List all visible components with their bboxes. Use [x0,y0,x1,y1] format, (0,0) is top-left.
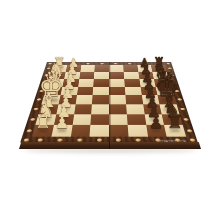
board-square [125,95,143,104]
brass-disc-ornament [114,63,118,65]
brass-disc-ornament [177,99,182,101]
board-square [127,114,146,125]
board-square [151,65,167,72]
brass-disc-ornament [142,63,146,65]
brass-disc-ornament [186,129,192,132]
board-square [141,95,159,104]
board-square [91,104,109,114]
board-square [109,104,127,114]
board-square [109,65,124,72]
board-square [94,65,109,72]
board-square [91,114,109,125]
brass-disc-ornament [180,108,185,110]
board-square [124,72,140,79]
board-square [160,104,180,114]
brass-disc-ornament [136,138,141,141]
board-square [90,125,109,137]
board-square [54,114,74,125]
chess-set-photo: amgrery.ru ♜♟♟♜♞♟♟♞♝♟♟♝♛♟♟♛♚♟♟♚♝♟♟♝♞♟♟♞♜… [0,0,220,220]
brass-disc-ornament [155,138,161,141]
board-square [94,72,109,79]
brass-disc-ornament [116,138,121,141]
board-ground-shadow [24,147,196,153]
watermark-text: amgrery.ru [156,139,187,142]
board-square [158,95,177,104]
board-square [109,114,127,125]
brass-disc-ornament [36,99,41,101]
brass-disc-ornament [172,82,176,84]
brass-disc-ornament [57,138,63,141]
board-square [124,79,140,87]
board-square [162,114,183,125]
brass-disc-ornament [174,138,180,141]
board-square [164,125,186,137]
brass-disc-ornament [174,90,179,92]
board-square [109,72,124,79]
brass-disc-ornament [48,63,52,65]
brass-disc-ornament [77,138,82,141]
brass-disc-ornament [100,63,104,65]
brass-disc-ornament [97,138,102,141]
brass-disc-ornament [26,129,32,132]
board-square [126,104,144,114]
brass-disc-ornament [86,63,90,65]
board-square [93,87,109,95]
board-square [58,95,76,104]
brass-disc-ornament [72,63,76,65]
brass-disc-ornament [33,108,38,110]
board-square [79,72,95,79]
board-square [109,87,125,95]
board-square [123,65,138,72]
brass-disc-ornament [128,63,132,65]
board-square [60,87,77,95]
board-square [154,79,171,87]
board-square [72,114,91,125]
board-square [78,79,94,87]
board-square [140,87,157,95]
board-square [64,72,80,79]
brass-disc-ornament [46,68,50,70]
brass-disc-ornament [39,90,44,92]
brass-disc-ornament [23,138,29,141]
brass-disc-ornament [170,75,174,77]
brass-disc-ornament [168,68,172,70]
brass-disc-ornament [166,63,170,65]
board-square [62,79,79,87]
board-square [125,87,142,95]
brass-disc-ornament [44,75,48,77]
board-square [70,125,90,137]
board-square [109,79,125,87]
board-square [139,79,156,87]
brass-disc-ornament [156,63,160,65]
board-square [75,95,93,104]
board-square [137,65,152,72]
brass-disc-ornament [30,118,35,121]
board-square [56,104,75,114]
board-square [93,79,109,87]
brass-disc-ornament [38,138,44,141]
board-square [77,87,94,95]
chess-board: amgrery.ru [20,62,198,143]
board-square [92,95,109,104]
board-square [153,72,170,79]
board-square [51,125,72,137]
board-square [127,125,147,137]
board-square [80,65,95,72]
board-square [156,87,174,95]
brass-disc-ornament [42,82,46,84]
board-square [109,95,126,104]
brass-disc-ornament [189,138,195,141]
board-square [143,104,162,114]
board-square [65,65,80,72]
board-square [109,125,128,137]
brass-disc-ornament [58,63,62,65]
brass-disc-ornament [183,118,188,121]
board-square [74,104,92,114]
board-square [138,72,154,79]
